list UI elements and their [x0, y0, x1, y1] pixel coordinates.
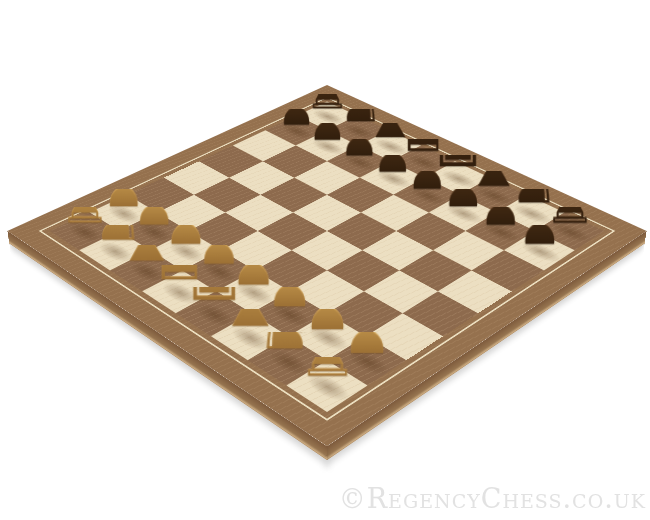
piece-white-rook-h1[interactable]: ♜ [296, 304, 358, 388]
square-h7[interactable]: ♟ [504, 231, 575, 270]
piece-black-pawn-h7[interactable]: ♟ [518, 193, 562, 252]
square-h1[interactable]: ♜ [286, 360, 367, 412]
product-photo-page: ♜♞♝♛♚♝♞♜♟♟♟♟♟♟♟♟♟♟♟♟♟♟♟♟♜♞♝♛♚♝♞♜ ©Regenc… [0, 0, 650, 520]
board-squares: ♜♞♝♛♚♝♞♜♟♟♟♟♟♟♟♟♟♟♟♟♟♟♟♟♜♞♝♛♚♝♞♜ [50, 102, 604, 412]
piece-billboard: ♜ [298, 357, 355, 414]
watermark: ©RegencyChess.co.uk [339, 483, 646, 514]
board-scene: ♜♞♝♛♚♝♞♜♟♟♟♟♟♟♟♟♟♟♟♟♟♟♟♟♜♞♝♛♚♝♞♜ [0, 0, 650, 520]
piece-black-pawn-g7[interactable]: ♟ [479, 175, 522, 233]
chess-board: ♜♞♝♛♚♝♞♜♟♟♟♟♟♟♟♟♟♟♟♟♟♟♟♟♜♞♝♛♚♝♞♜ [7, 85, 646, 446]
playing-area: ♜♞♝♛♚♝♞♜♟♟♟♟♟♟♟♟♟♟♟♟♟♟♟♟♜♞♝♛♚♝♞♜ [50, 102, 604, 412]
square-c6[interactable] [294, 161, 359, 194]
